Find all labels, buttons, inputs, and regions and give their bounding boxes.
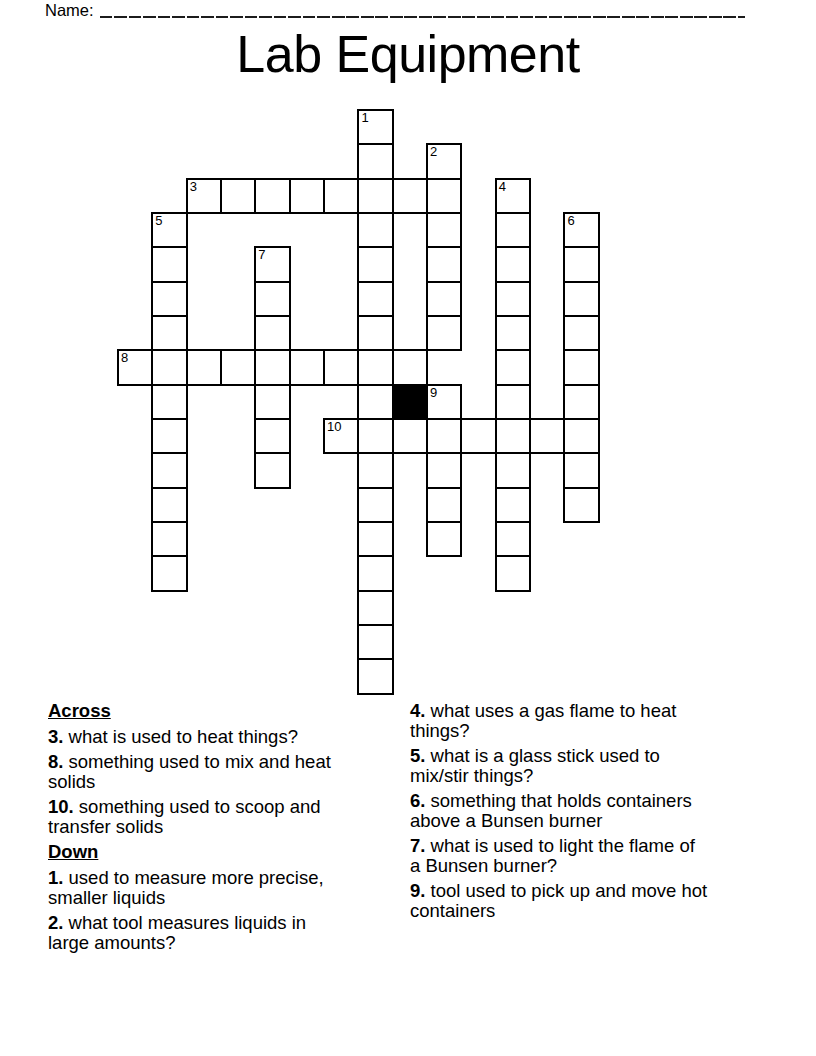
grid-cell[interactable] [151,315,187,351]
grid-cell[interactable] [220,349,256,385]
grid-cell[interactable] [254,418,290,454]
clue-item: 1. used to measure more precise,smaller … [48,868,388,908]
grid-cell[interactable] [186,349,222,385]
grid-cell[interactable] [151,349,187,385]
cell-number: 10 [327,420,341,434]
grid-cell[interactable]: 10 [323,418,359,454]
black-cell [392,384,428,420]
clue-number: 3. [48,726,63,747]
grid-cell[interactable] [357,349,393,385]
grid-cell[interactable]: 2 [426,143,462,179]
clue-item: 10. something used to scoop andtransfer … [48,797,388,837]
grid-cell[interactable]: 4 [495,178,531,214]
down-heading: Down [48,842,388,862]
grid-cell[interactable]: 7 [254,246,290,282]
grid-cell[interactable]: 9 [426,384,462,420]
grid-cell[interactable]: 3 [186,178,222,214]
cell-number: 3 [190,180,197,194]
name-label: Name: [45,1,94,19]
grid-cell[interactable] [357,418,393,454]
grid-cell[interactable] [357,281,393,317]
grid-cell[interactable] [289,178,325,214]
clue-number: 10. [48,796,74,817]
grid-cell[interactable] [495,281,531,317]
clue-item: 6. something that holds containersabove … [410,791,766,831]
grid-cell[interactable] [357,555,393,591]
grid-cell[interactable] [254,281,290,317]
grid-cell[interactable] [563,281,599,317]
grid-cell[interactable] [151,487,187,523]
grid-cell[interactable] [426,487,462,523]
grid-cell[interactable] [426,246,462,282]
grid-cell[interactable] [426,452,462,488]
clue-item: 2. what tool measures liquids inlarge am… [48,913,388,953]
clue-number: 4. [410,700,425,721]
grid-cell[interactable] [460,418,496,454]
clue-item: 4. what uses a gas flame to heatthings? [410,701,766,741]
crossword-grid: 12345678910 [118,110,602,698]
cell-number: 8 [121,351,128,365]
across-clues: 3. what is used to heat things?8. someth… [48,727,388,837]
clue-number: 6. [410,790,425,811]
grid-cell[interactable] [357,246,393,282]
clues-column-right: 4. what uses a gas flame to heatthings?5… [410,701,766,926]
grid-cell[interactable] [392,178,428,214]
grid-cell[interactable] [254,178,290,214]
clue-number: 1. [48,867,63,888]
grid-cell[interactable] [151,452,187,488]
grid-cell[interactable] [529,418,565,454]
grid-cell[interactable] [254,384,290,420]
grid-cell[interactable] [357,624,393,660]
grid-cell[interactable] [151,418,187,454]
clue-item: 9. tool used to pick up and move hotcont… [410,881,766,921]
clues-column-left: Across 3. what is used to heat things?8.… [48,701,388,958]
grid-cell[interactable] [357,590,393,626]
grid-cell[interactable]: 6 [563,212,599,248]
cell-number: 6 [567,214,574,228]
grid-cell[interactable] [323,178,359,214]
grid-cell[interactable] [151,521,187,557]
grid-cell[interactable] [426,521,462,557]
grid-cell[interactable] [495,521,531,557]
grid-cell[interactable] [495,452,531,488]
cell-number: 7 [258,248,265,262]
down-clues-right: 4. what uses a gas flame to heatthings?5… [410,701,766,921]
grid-cell[interactable] [151,384,187,420]
page-title: Lab Equipment [0,24,816,84]
cell-number: 5 [155,214,162,228]
grid-cell[interactable] [357,521,393,557]
grid-cell[interactable] [392,418,428,454]
grid-cell[interactable] [392,349,428,385]
grid-cell[interactable] [426,281,462,317]
grid-cell[interactable] [563,487,599,523]
grid-cell[interactable] [151,281,187,317]
grid-cell[interactable] [323,349,359,385]
grid-cell[interactable] [357,658,393,694]
clue-item: 3. what is used to heat things? [48,727,388,747]
grid-cell[interactable] [254,315,290,351]
grid-cell[interactable] [426,315,462,351]
clue-number: 5. [410,745,425,766]
grid-cell[interactable] [563,418,599,454]
grid-cell[interactable] [495,246,531,282]
grid-cell[interactable] [357,178,393,214]
grid-cell[interactable]: 8 [117,349,153,385]
cell-number: 2 [430,145,437,159]
clue-number: 7. [410,835,425,856]
name-fill-line [100,16,745,18]
grid-cell[interactable] [426,418,462,454]
clue-number: 8. [48,751,63,772]
grid-cell[interactable] [563,315,599,351]
grid-cell[interactable] [357,143,393,179]
grid-cell[interactable] [495,418,531,454]
clue-number: 9. [410,880,425,901]
grid-cell[interactable] [220,178,256,214]
grid-cell[interactable] [254,349,290,385]
grid-cell[interactable] [563,452,599,488]
clue-number: 2. [48,912,63,933]
grid-cell[interactable] [563,349,599,385]
grid-cell[interactable] [495,349,531,385]
grid-cell[interactable]: 1 [357,109,393,145]
grid-cell[interactable] [495,555,531,591]
cell-number: 1 [361,111,368,125]
clue-item: 7. what is used to light the flame ofa B… [410,836,766,876]
grid-cell[interactable] [495,487,531,523]
grid-cell[interactable] [289,349,325,385]
cell-number: 9 [430,386,437,400]
grid-cell[interactable] [151,246,187,282]
grid-cell[interactable] [495,315,531,351]
grid-cell[interactable]: 5 [151,212,187,248]
grid-cell[interactable] [357,212,393,248]
grid-cell[interactable] [357,315,393,351]
grid-cell[interactable] [357,452,393,488]
grid-cell[interactable] [254,452,290,488]
grid-cell[interactable] [495,384,531,420]
grid-cell[interactable] [495,212,531,248]
across-heading: Across [48,701,388,721]
grid-cell[interactable] [357,384,393,420]
grid-cell[interactable] [151,555,187,591]
clue-item: 8. something used to mix and heatsolids [48,752,388,792]
down-clues-left: 1. used to measure more precise,smaller … [48,868,388,953]
grid-cell[interactable] [563,384,599,420]
grid-cell[interactable] [426,212,462,248]
grid-cell[interactable] [563,246,599,282]
grid-cell[interactable] [357,487,393,523]
grid-cell[interactable] [426,178,462,214]
cell-number: 4 [499,180,506,194]
clue-item: 5. what is a glass stick used tomix/stir… [410,746,766,786]
